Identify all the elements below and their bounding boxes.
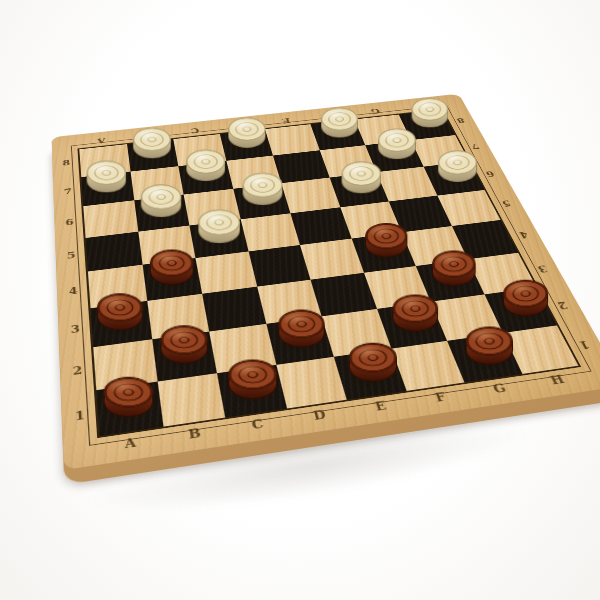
- dark-checker-b4[interactable]: [149, 249, 193, 284]
- piece-top-face: [364, 223, 407, 249]
- piece-top-face: [103, 376, 153, 407]
- rank-label-right-7: 7: [466, 141, 482, 150]
- dark-checker-d2[interactable]: [278, 309, 325, 347]
- piece-top-face: [242, 172, 282, 197]
- piece-top-face: [140, 184, 181, 209]
- dark-checker-h2[interactable]: [502, 279, 547, 316]
- light-checker-a7[interactable]: [86, 160, 126, 192]
- product-photo-scene: AABBCCDDEEFFGGHH1122334455667788: [0, 0, 600, 600]
- dark-checker-f2[interactable]: [392, 294, 438, 331]
- dark-checker-e1[interactable]: [348, 342, 396, 381]
- piece-top-face: [160, 325, 207, 354]
- dark-checker-b2[interactable]: [160, 325, 207, 363]
- piece-top-face: [411, 98, 448, 121]
- dark-checker-a3[interactable]: [96, 293, 142, 330]
- piece-top-face: [228, 359, 277, 389]
- rank-label-left-6: 6: [62, 217, 76, 228]
- light-checker-c5[interactable]: [198, 209, 240, 243]
- rank-label-right-8: 8: [452, 116, 468, 124]
- light-checker-d8[interactable]: [228, 117, 266, 147]
- dark-checker-g1[interactable]: [465, 326, 512, 364]
- light-checker-b6[interactable]: [140, 184, 181, 217]
- light-checker-f8[interactable]: [320, 107, 357, 137]
- light-checker-d6[interactable]: [242, 172, 282, 205]
- light-checker-c7[interactable]: [186, 149, 225, 181]
- piece-top-face: [320, 107, 357, 130]
- file-label-top-c: C: [187, 126, 201, 135]
- dark-checker-f4[interactable]: [364, 223, 407, 257]
- file-label-top-g: G: [367, 107, 382, 115]
- rank-label-left-8: 8: [60, 159, 73, 168]
- piece-top-face: [228, 117, 266, 140]
- square-b1[interactable]: [157, 373, 225, 427]
- checkers-board: AABBCCDDEEFFGGHH1122334455667788: [51, 94, 600, 470]
- piece-top-face: [186, 149, 225, 173]
- light-checker-h6[interactable]: [437, 150, 476, 182]
- file-label-top-a: A: [94, 136, 107, 145]
- piece-top-face: [132, 127, 170, 151]
- piece-top-face: [502, 279, 547, 307]
- piece-top-face: [278, 309, 325, 338]
- piece-top-face: [465, 326, 512, 355]
- piece-top-face: [341, 161, 381, 186]
- dark-checker-a1[interactable]: [103, 376, 153, 416]
- file-label-bottom-h: H: [547, 373, 569, 388]
- piece-top-face: [437, 150, 476, 174]
- light-checker-h8[interactable]: [411, 98, 448, 128]
- light-checker-b8[interactable]: [132, 127, 170, 158]
- piece-top-face: [392, 294, 438, 322]
- piece-top-face: [348, 342, 396, 372]
- piece-top-face: [377, 128, 415, 152]
- rank-label-left-7: 7: [61, 187, 75, 197]
- light-checker-f6[interactable]: [341, 161, 381, 193]
- dark-checker-g3[interactable]: [431, 250, 475, 285]
- dark-checker-c1[interactable]: [228, 359, 277, 399]
- piece-top-face: [96, 293, 142, 321]
- light-checker-g7[interactable]: [377, 128, 415, 159]
- piece-top-face: [198, 209, 240, 235]
- piece-top-face: [86, 160, 126, 185]
- piece-top-face: [431, 250, 475, 277]
- piece-top-face: [149, 249, 193, 276]
- file-label-top-e: E: [279, 116, 293, 124]
